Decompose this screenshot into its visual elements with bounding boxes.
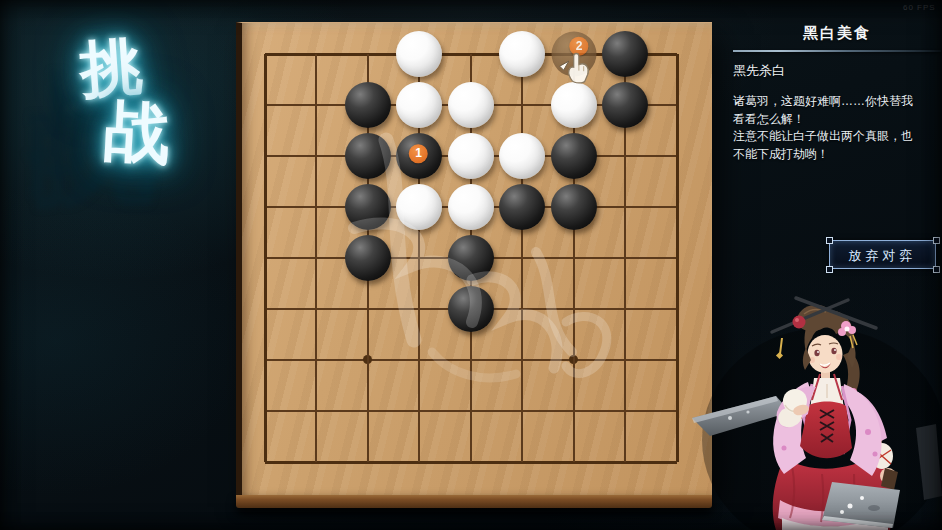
board-intersection[interactable] bbox=[239, 334, 291, 385]
board-intersection[interactable] bbox=[394, 436, 446, 487]
board-intersection[interactable] bbox=[445, 181, 497, 232]
board-intersection[interactable] bbox=[394, 385, 446, 436]
board-intersection[interactable] bbox=[342, 334, 394, 385]
panel-divider bbox=[733, 50, 941, 52]
board-intersection[interactable] bbox=[291, 28, 343, 79]
board-intersection[interactable] bbox=[497, 283, 549, 334]
board-grid: 21 bbox=[239, 28, 703, 487]
white-stone bbox=[396, 31, 442, 77]
board-intersection[interactable] bbox=[342, 283, 394, 334]
board-intersection[interactable] bbox=[548, 232, 600, 283]
go-board: 21 bbox=[236, 22, 712, 495]
board-intersection[interactable] bbox=[445, 334, 497, 385]
board-intersection[interactable] bbox=[600, 334, 652, 385]
board-intersection[interactable] bbox=[239, 130, 291, 181]
white-stone bbox=[396, 82, 442, 128]
board-intersection[interactable] bbox=[291, 436, 343, 487]
black-stone bbox=[499, 184, 545, 230]
board-intersection[interactable] bbox=[342, 232, 394, 283]
board-intersection[interactable] bbox=[651, 181, 703, 232]
board-intersection[interactable] bbox=[497, 334, 549, 385]
board-intersection[interactable] bbox=[651, 79, 703, 130]
board-intersection[interactable] bbox=[600, 232, 652, 283]
board-intersection[interactable] bbox=[239, 181, 291, 232]
white-stone bbox=[448, 82, 494, 128]
board-intersection[interactable]: 1 bbox=[394, 130, 446, 181]
black-stone bbox=[345, 235, 391, 281]
board-intersection[interactable] bbox=[548, 181, 600, 232]
black-stone bbox=[448, 235, 494, 281]
white-stone bbox=[499, 133, 545, 179]
button-corner bbox=[826, 266, 833, 273]
button-corner bbox=[826, 237, 833, 244]
board-intersection[interactable] bbox=[394, 28, 446, 79]
npc-dialogue: 诸葛羽，这题好难啊……你快替我 看看怎么解！ 注意不能让白子做出两个真眼，也 不… bbox=[733, 93, 941, 163]
board-intersection[interactable] bbox=[342, 436, 394, 487]
black-stone bbox=[551, 184, 597, 230]
game-screen: 挑战 挑 战 60 FPS 21 黑白美食 黑先杀白 诸葛羽，这题好难啊……你快… bbox=[0, 0, 942, 530]
board-intersection[interactable] bbox=[548, 130, 600, 181]
white-stone bbox=[396, 184, 442, 230]
board-intersection[interactable] bbox=[239, 232, 291, 283]
board-intersection[interactable] bbox=[342, 130, 394, 181]
star-point bbox=[567, 353, 580, 366]
board-intersection[interactable] bbox=[239, 283, 291, 334]
black-stone bbox=[602, 82, 648, 128]
board-intersection[interactable] bbox=[548, 385, 600, 436]
board-intersection[interactable] bbox=[239, 385, 291, 436]
board-intersection[interactable] bbox=[291, 283, 343, 334]
board-intersection[interactable] bbox=[342, 181, 394, 232]
board-intersection[interactable] bbox=[651, 28, 703, 79]
challenge-banner: 战 bbox=[102, 86, 173, 179]
character-art bbox=[692, 290, 942, 530]
board-intersection[interactable] bbox=[497, 28, 549, 79]
board-intersection[interactable] bbox=[394, 181, 446, 232]
white-stone bbox=[448, 184, 494, 230]
board-intersection[interactable] bbox=[600, 436, 652, 487]
fps-counter: 60 FPS bbox=[903, 3, 936, 12]
board-intersection[interactable] bbox=[394, 232, 446, 283]
board-intersection[interactable] bbox=[445, 283, 497, 334]
board-intersection[interactable] bbox=[239, 28, 291, 79]
board-intersection[interactable] bbox=[600, 28, 652, 79]
board-intersection[interactable] bbox=[497, 385, 549, 436]
star-point bbox=[361, 353, 374, 366]
board-intersection[interactable] bbox=[651, 130, 703, 181]
board-intersection[interactable] bbox=[394, 79, 446, 130]
board-intersection[interactable] bbox=[548, 436, 600, 487]
board-intersection[interactable] bbox=[291, 385, 343, 436]
board-intersection[interactable] bbox=[291, 130, 343, 181]
board-intersection[interactable] bbox=[342, 79, 394, 130]
board-intersection[interactable] bbox=[445, 130, 497, 181]
board-intersection[interactable] bbox=[497, 436, 549, 487]
board-intersection[interactable] bbox=[445, 232, 497, 283]
board-intersection[interactable] bbox=[497, 232, 549, 283]
white-stone bbox=[448, 133, 494, 179]
button-corner bbox=[933, 266, 940, 273]
board-intersection[interactable] bbox=[600, 181, 652, 232]
dialogue-line: 不能下成打劫哟！ bbox=[733, 146, 941, 164]
board-intersection[interactable] bbox=[445, 79, 497, 130]
board-intersection[interactable] bbox=[497, 130, 549, 181]
board-intersection[interactable] bbox=[342, 385, 394, 436]
hand-cursor-icon bbox=[554, 49, 596, 89]
black-stone bbox=[448, 286, 494, 332]
board-intersection[interactable] bbox=[291, 334, 343, 385]
board-intersection[interactable] bbox=[497, 79, 549, 130]
dialogue-line: 注意不能让白子做出两个真眼，也 bbox=[733, 128, 941, 146]
move-number-badge: 1 bbox=[409, 144, 428, 163]
board-intersection[interactable] bbox=[291, 79, 343, 130]
board-intersection[interactable] bbox=[239, 79, 291, 130]
black-stone bbox=[345, 133, 391, 179]
board-intersection[interactable] bbox=[548, 283, 600, 334]
board-intersection[interactable] bbox=[342, 28, 394, 79]
puzzle-panel: 黑白美食 黑先杀白 诸葛羽，这题好难啊……你快替我 看看怎么解！ 注意不能让白子… bbox=[733, 24, 941, 163]
puzzle-title: 黑白美食 bbox=[733, 24, 941, 43]
board-intersection[interactable] bbox=[445, 28, 497, 79]
board-intersection[interactable]: 2 bbox=[548, 28, 600, 79]
board-intersection[interactable] bbox=[600, 385, 652, 436]
board-intersection[interactable] bbox=[291, 181, 343, 232]
board-intersection[interactable] bbox=[394, 334, 446, 385]
board-intersection[interactable] bbox=[445, 436, 497, 487]
resign-button[interactable]: 放弃对弈 bbox=[829, 240, 936, 269]
board-intersection[interactable] bbox=[600, 283, 652, 334]
board-intersection[interactable] bbox=[651, 232, 703, 283]
board-intersection[interactable] bbox=[548, 334, 600, 385]
puzzle-objective: 黑先杀白 bbox=[733, 62, 941, 80]
dialogue-line: 看看怎么解！ bbox=[733, 111, 941, 129]
board-intersection[interactable] bbox=[239, 436, 291, 487]
board-intersection[interactable] bbox=[497, 181, 549, 232]
black-stone bbox=[602, 31, 648, 77]
board-bevel bbox=[236, 495, 712, 508]
black-stone bbox=[345, 82, 391, 128]
black-stone bbox=[551, 133, 597, 179]
button-corner bbox=[933, 237, 940, 244]
white-stone bbox=[499, 31, 545, 77]
black-stone: 1 bbox=[396, 133, 442, 179]
board-intersection[interactable] bbox=[600, 79, 652, 130]
board-intersection[interactable] bbox=[445, 385, 497, 436]
board-intersection[interactable] bbox=[394, 283, 446, 334]
board-intersection[interactable] bbox=[291, 232, 343, 283]
black-stone bbox=[345, 184, 391, 230]
board-intersection[interactable] bbox=[600, 130, 652, 181]
dialogue-line: 诸葛羽，这题好难啊……你快替我 bbox=[733, 93, 941, 111]
